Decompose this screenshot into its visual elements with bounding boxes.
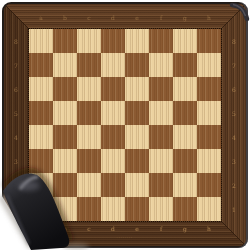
- square-e6: [125, 77, 149, 101]
- square-h7: [197, 53, 221, 77]
- square-f4: [149, 125, 173, 149]
- square-b5: [53, 101, 77, 125]
- square-g8: [173, 29, 197, 53]
- square-g5: [173, 101, 197, 125]
- square-b8: [53, 29, 77, 53]
- square-e5: [125, 101, 149, 125]
- square-f6: [149, 77, 173, 101]
- square-h3: [197, 149, 221, 173]
- square-d5: [101, 101, 125, 125]
- square-b6: [53, 77, 77, 101]
- square-c7: [77, 53, 101, 77]
- square-h8: [197, 29, 221, 53]
- square-d7: [101, 53, 125, 77]
- square-g6: [173, 77, 197, 101]
- square-f3: [149, 149, 173, 173]
- fold-sheen: [18, 181, 40, 191]
- product-photo: abcdefgh abcdefgh 87654321 87654321 ····…: [0, 0, 250, 250]
- square-b7: [53, 53, 77, 77]
- folded-corner: [0, 125, 132, 250]
- square-c6: [77, 77, 101, 101]
- square-h6: [197, 77, 221, 101]
- square-h1: [197, 197, 221, 221]
- square-d8: [101, 29, 125, 53]
- square-c5: [77, 101, 101, 125]
- square-a7: [29, 53, 53, 77]
- square-h5: [197, 101, 221, 125]
- square-f5: [149, 101, 173, 125]
- square-g4: [173, 125, 197, 149]
- square-a8: [29, 29, 53, 53]
- square-h2: [197, 173, 221, 197]
- square-h4: [197, 125, 221, 149]
- square-g2: [173, 173, 197, 197]
- square-a6: [29, 77, 53, 101]
- square-f2: [149, 173, 173, 197]
- square-f7: [149, 53, 173, 77]
- square-d6: [101, 77, 125, 101]
- square-e8: [125, 29, 149, 53]
- square-e7: [125, 53, 149, 77]
- square-g7: [173, 53, 197, 77]
- square-g1: [173, 197, 197, 221]
- square-g3: [173, 149, 197, 173]
- square-f1: [149, 197, 173, 221]
- square-c8: [77, 29, 101, 53]
- top-right-curl: [224, 0, 250, 26]
- square-f8: [149, 29, 173, 53]
- square-a5: [29, 101, 53, 125]
